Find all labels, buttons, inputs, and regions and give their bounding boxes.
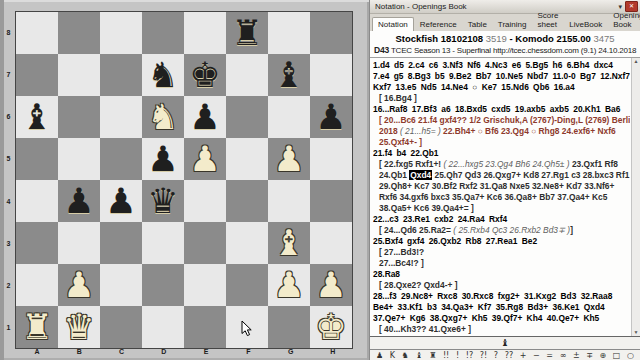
annotation-symbol[interactable]: −	[533, 351, 540, 360]
square-e1[interactable]	[184, 306, 226, 348]
notation-line: [ 22.fxg5 Rxf1+! ( 22...hxg5 23.Qg4 Bh6 …	[373, 159, 630, 170]
black-king: ♚	[189, 54, 220, 96]
chess-board[interactable]: ♜♞♚♝♝♞♟♟♟♟♟♟♟♛♝♟♟♟♜♛♚	[15, 11, 353, 349]
move-text[interactable]: 29.Qh8+ Kc7 30.Bf2 Rxf2 31.Qa8 Nxe5 32.N…	[379, 181, 614, 191]
annotation-symbol[interactable]: ○	[627, 351, 634, 360]
event-text: TCEC Season 13 - Superfinal http://tcec.…	[391, 46, 636, 55]
square-d6[interactable]: ♞	[142, 96, 184, 138]
move-text[interactable]: Rxf6 34.gxf6 bxc3 35.Qa7+ Kc6 36.Qa8+ Bb…	[379, 192, 607, 202]
square-a5[interactable]	[16, 138, 58, 180]
file-label-g: G	[270, 348, 312, 358]
notation-line: 1.d4 d5 2.c4 c6 3.Nf3 Nf6 4.Nc3 e6 5.Bg5…	[373, 60, 630, 71]
square-d4[interactable]: ♛	[142, 180, 184, 222]
notation-line: [ 16.Bg4 ]	[373, 93, 630, 104]
notation-line: 28.Ra8	[373, 269, 630, 280]
white-bishop: ♝	[273, 222, 304, 264]
white-elo: 3519	[486, 33, 507, 44]
square-d2[interactable]	[142, 264, 184, 306]
white-pawn: ♟	[315, 264, 346, 306]
move-text[interactable]: [ 40...Kh3?? 41.Qxe6+ ]	[379, 324, 471, 334]
notation-line: [ 28.Qxe2? Qxd4-+ ]	[373, 280, 630, 291]
palette-handle-bishop-icon[interactable]: ♝	[370, 337, 640, 350]
square-h1[interactable]: ♚	[310, 306, 352, 348]
game-event: D43 TCEC Season 13 - Superfinal http://t…	[370, 44, 640, 58]
black-queen: ♛	[147, 180, 178, 222]
move-text[interactable]: 7.e4 g5 8.Bg3 b5 9.Be2 Bb7 10.Ne5 Nbd7 1…	[373, 71, 630, 81]
black-elo: 3475	[593, 33, 614, 44]
white-pawn: ♟	[273, 138, 304, 180]
white-player: Stockfish 18102108	[395, 33, 483, 44]
square-g6[interactable]	[268, 96, 310, 138]
square-c8[interactable]	[100, 12, 142, 54]
move-text[interactable]: 25.Qh7 Qd3 26.Qxg7+ Kd8 27.Rg1 c3 28.bxc…	[432, 170, 629, 180]
notation-content: Stockfish 18102108 3519 - Komodo 2155.00…	[370, 31, 640, 337]
square-g4[interactable]	[268, 180, 310, 222]
square-c2[interactable]	[100, 264, 142, 306]
black-bishop: ♝	[21, 96, 52, 138]
rank-labels: 87654321	[3, 11, 14, 349]
move-text[interactable]: 23.Qxf1 Rf8	[570, 159, 618, 169]
square-e8[interactable]	[184, 12, 226, 54]
rank-label-1: 1	[3, 307, 14, 349]
move-text[interactable]: 16...Raf8 17.Bf3 a6 18.Bxd5 cxd5 19.axb5…	[373, 104, 620, 114]
notation-line: Be4+ 33.Kf1 b3 34.Qa3+ Kf7 35.Rg8 Bd3+ 3…	[373, 302, 630, 313]
square-a7[interactable]	[16, 54, 58, 96]
square-b6[interactable]	[58, 96, 100, 138]
notation-line: [ 40...Kh3?? 41.Qxe6+ ]	[373, 324, 630, 335]
annotation-symbol[interactable]: ∞	[560, 351, 567, 360]
move-text[interactable]: 28...f3 29.Nc8+ Rxc8 30.Rxc8 fxg2+ 31.Kx…	[373, 291, 612, 301]
square-b7[interactable]	[58, 54, 100, 96]
square-e7[interactable]: ♚	[184, 54, 226, 96]
white-pawn: ♟	[63, 264, 94, 306]
square-f7[interactable]	[226, 54, 268, 96]
annotation-symbol[interactable]: +	[520, 351, 527, 360]
square-c6[interactable]	[100, 96, 142, 138]
square-f3[interactable]	[226, 222, 268, 264]
square-b8[interactable]	[58, 12, 100, 54]
square-g5[interactable]: ♟	[268, 138, 310, 180]
rank-label-8: 8	[3, 11, 14, 53]
notation-line: [ 24...Qd6 25.Ra2= ( 25.Rxb4 Qc3 26.Rxb2…	[373, 225, 630, 236]
black-player: Komodo 2155.00	[515, 33, 591, 44]
square-f8[interactable]: ♜	[226, 12, 268, 54]
white-knight: ♞	[147, 96, 178, 138]
annotation-symbol[interactable]: ♝	[415, 351, 422, 360]
move-text[interactable]: 22...c3 23.Re1 cxb2 24.Ra4 Rxf4	[373, 214, 507, 224]
file-label-e: E	[185, 348, 227, 358]
move-text[interactable]: 25.Bxf4 gxf4 26.Qxb2 Rb8 27.Rea1 Be2	[373, 236, 537, 246]
square-g3[interactable]: ♝	[268, 222, 310, 264]
current-move[interactable]: Qxd4	[409, 170, 432, 180]
white-pawn: ♟	[273, 264, 304, 306]
notation-line: Rxf6 34.gxf6 bxc3 35.Qa7+ Kc6 36.Qa8+ Bb…	[373, 192, 630, 203]
square-b5[interactable]	[58, 138, 100, 180]
notation-line: 16...Raf8 17.Bf3 a6 18.Bxd5 cxd5 19.axb5…	[373, 104, 630, 115]
file-label-h: H	[312, 348, 354, 358]
square-e5[interactable]: ♟	[184, 138, 226, 180]
notation-line: 24.Qb1 Qxd4 25.Qh7 Qd3 26.Qxg7+ Kd8 27.R…	[373, 170, 630, 181]
move-text[interactable]: ( 25.Rxb4 Qc3 26.Rxb2 Bd3∓ )	[453, 225, 570, 235]
rank-label-3: 3	[3, 222, 14, 264]
annotation-symbol[interactable]: ?	[494, 351, 498, 360]
move-text[interactable]: 22.Bh4+ ○ Bf6 23.Qg4 ○ Rhg8 24.exf6+ Nxf…	[441, 126, 616, 136]
panel-titlebar: Notation - Openings Book ▾ ✕	[370, 0, 640, 14]
black-pawn: ♟	[315, 96, 346, 138]
move-text[interactable]: [ 16.Bg4 ]	[379, 93, 417, 103]
notation-panel: Notation - Openings Book ▾ ✕ NotationRef…	[369, 0, 640, 360]
square-e6[interactable]: ♟	[184, 96, 226, 138]
move-text[interactable]: 27...Bc4!? ]	[379, 258, 424, 268]
square-c3[interactable]	[100, 222, 142, 264]
move-text[interactable]: 21.f4 b4 22.Qb1	[373, 148, 438, 158]
file-labels: ABCDEFGH	[16, 348, 354, 358]
square-f5[interactable]	[226, 138, 268, 180]
square-b2[interactable]: ♟	[58, 264, 100, 306]
square-g2[interactable]: ♟	[268, 264, 310, 306]
notation-line: [ 20...Bc6 21.f4 gxf4?? 1/2 Grischuk,A (…	[373, 115, 630, 126]
annotation-symbol[interactable]: ?!	[480, 351, 487, 360]
square-g8[interactable]	[268, 12, 310, 54]
tab-reference[interactable]: Reference	[415, 18, 462, 31]
move-text[interactable]: Be4+ 33.Kf1 b3 34.Qa3+ Kf7 35.Rg8 Bd3+ 3…	[373, 302, 605, 312]
notation-line: 25.Bxf4 gxf4 26.Qxb2 Rb8 27.Rea1 Be2	[373, 236, 630, 247]
black-pawn: ♟	[63, 180, 94, 222]
tab-livebook[interactable]: LiveBook	[564, 18, 607, 31]
square-a2[interactable]	[16, 264, 58, 306]
tab-training[interactable]: Training	[493, 18, 532, 31]
scroll-down-icon[interactable]: ▼	[632, 329, 640, 336]
move-text[interactable]: 28.Ra8	[373, 269, 400, 279]
notation-line: 22...c3 23.Re1 cxb2 24.Ra4 Rxf4	[373, 214, 630, 225]
move-text[interactable]: ( 22...hxg5 23.Qg4 Bh6 24.Qh5± )	[443, 159, 569, 169]
square-f2[interactable]	[226, 264, 268, 306]
file-label-d: D	[143, 348, 185, 358]
notation-line: [ 27...Bd3!?	[373, 247, 630, 258]
square-e2[interactable]	[184, 264, 226, 306]
black-pawn: ♟	[147, 138, 178, 180]
notation-line: 7.e4 g5 8.Bg3 b5 9.Be2 Bb7 10.Ne5 Nbd7 1…	[373, 71, 630, 82]
rank-label-2: 2	[3, 265, 14, 307]
move-text[interactable]: 2018	[379, 126, 400, 136]
square-f4[interactable]	[226, 180, 268, 222]
rank-label-4: 4	[3, 180, 14, 222]
square-b4[interactable]: ♟	[58, 180, 100, 222]
square-h4[interactable]	[310, 180, 352, 222]
black-bishop: ♝	[273, 54, 304, 96]
square-c5[interactable]	[100, 138, 142, 180]
annotation-symbol[interactable]: ∓	[586, 351, 593, 360]
square-c1[interactable]	[100, 306, 142, 348]
tab-openings-book[interactable]: Openings Book	[608, 9, 640, 31]
file-label-a: A	[16, 348, 58, 358]
annotation-symbol[interactable]: ±	[573, 351, 580, 360]
rank-label-6: 6	[3, 96, 14, 138]
square-h6[interactable]: ♟	[310, 96, 352, 138]
square-g1[interactable]	[268, 306, 310, 348]
move-text[interactable]: ( 21...h5= )	[400, 126, 441, 136]
square-d1[interactable]	[142, 306, 184, 348]
black-pawn: ♟	[105, 180, 136, 222]
square-h3[interactable]	[310, 222, 352, 264]
square-h5[interactable]	[310, 138, 352, 180]
notation-line: 37.Qe7+ Kg6 38.Qxg7+ Kh5 39.Qf7+ Kh4 40.…	[373, 313, 630, 324]
white-pawn: ♟	[189, 138, 220, 180]
move-text[interactable]: [ 28.Qxe2? Qxd4-+ ]	[379, 280, 457, 290]
tab-score-sheet[interactable]: Score sheet	[532, 9, 563, 31]
notation-line: 29.Qh8+ Kc7 30.Bf2 Rxf2 31.Qa8 Nxe5 32.N…	[373, 181, 630, 192]
rank-label-7: 7	[3, 53, 14, 95]
eco-code: D43	[374, 45, 389, 55]
white-king: ♚	[315, 306, 346, 348]
vs-separator: -	[510, 33, 513, 44]
annotation-symbols-row: ♟K♞♝♜!!!!??!???+−=∞±∓⊕□○	[370, 350, 640, 360]
tab-bar: NotationReferenceTableTrainingScore shee…	[370, 14, 640, 32]
file-label-b: B	[58, 348, 100, 358]
annotation-symbol[interactable]: ♜	[429, 351, 436, 360]
square-a1[interactable]: ♜	[16, 306, 58, 348]
file-label-c: C	[101, 348, 143, 358]
tab-notation[interactable]: Notation	[372, 17, 414, 32]
square-d3[interactable]	[142, 222, 184, 264]
square-h7[interactable]	[310, 54, 352, 96]
square-e3[interactable]	[184, 222, 226, 264]
square-f6[interactable]	[226, 96, 268, 138]
black-knight: ♞	[147, 54, 178, 96]
annotation-symbol[interactable]: ♞	[402, 351, 409, 360]
annotation-symbol[interactable]: ⊕	[600, 351, 607, 360]
notation-line: 38.Qa5+ Kc6 39.Qa4+= ]	[373, 203, 630, 214]
move-text[interactable]: 24.Qb1	[379, 170, 409, 180]
rank-label-5: 5	[3, 138, 14, 180]
square-h2[interactable]: ♟	[310, 264, 352, 306]
notation-line: 25.Qxf4+- ]	[373, 137, 630, 148]
square-b1[interactable]: ♛	[58, 306, 100, 348]
square-a8[interactable]	[16, 12, 58, 54]
square-a6[interactable]: ♝	[16, 96, 58, 138]
square-d8[interactable]	[142, 12, 184, 54]
annotation-symbol[interactable]: K	[390, 351, 395, 360]
game-players: Stockfish 18102108 3519 - Komodo 2155.00…	[370, 31, 640, 44]
board-window: 87654321 ♜♞♚♝♝♞♟♟♟♟♟♟♟♛♝♟♟♟♜♛♚ ABCDEFGH	[0, 0, 369, 360]
move-text[interactable]: 38.Qa5+ Kc6 39.Qa4+= ]	[379, 203, 474, 213]
move-text[interactable]: 1.d4 d5 2.c4 c6 3.Nf3 Nf6 4.Nc3 e6 5.Bg5…	[373, 60, 613, 70]
white-queen: ♛	[63, 306, 94, 348]
black-rook: ♜	[231, 12, 262, 54]
move-text[interactable]: [ 27...Bd3!?	[379, 247, 424, 257]
move-text[interactable]: ]	[570, 225, 573, 235]
notation-line: Kxf7 13.e5 Nd5 14.Ne4 ○ Ke7 15.Nd6 Qb6 1…	[373, 82, 630, 93]
square-h8[interactable]	[310, 12, 352, 54]
annotation-symbol[interactable]: !	[456, 351, 459, 360]
square-c4[interactable]: ♟	[100, 180, 142, 222]
panel-title: Notation - Openings Book	[375, 2, 615, 11]
notation-line: 28...f3 29.Nc8+ Rxc8 30.Rxc8 fxg2+ 31.Kx…	[373, 291, 630, 302]
move-text[interactable]: 37.Qe7+ Kg6 38.Qxg7+ Kh5 39.Qf7+ Kh4 40.…	[373, 313, 599, 323]
square-b3[interactable]	[58, 222, 100, 264]
annotation-symbol[interactable]: □	[613, 351, 621, 360]
square-a3[interactable]	[16, 222, 58, 264]
annotation-symbol[interactable]: =	[546, 351, 553, 360]
square-e4[interactable]	[184, 180, 226, 222]
square-d5[interactable]: ♟	[142, 138, 184, 180]
annotation-symbol[interactable]: ♟	[376, 351, 383, 360]
notation-line: 21.f4 b4 22.Qb1	[373, 148, 630, 159]
annotation-palette: ♝ ♟K♞♝♜!!!!??!???+−=∞±∓⊕□○	[370, 336, 640, 360]
move-text[interactable]: 25.Qxf4+- ]	[379, 137, 422, 147]
tab-table[interactable]: Table	[463, 18, 492, 31]
move-text[interactable]: [ 24...Qd6 25.Ra2=	[379, 225, 453, 235]
annotation-symbol[interactable]: !?	[466, 351, 473, 360]
square-c7[interactable]	[100, 54, 142, 96]
move-list: 1.d4 d5 2.c4 c6 3.Nf3 Nf6 4.Nc3 e6 5.Bg5…	[370, 58, 640, 335]
white-rook: ♜	[21, 306, 52, 348]
notation-line: 2018 ( 21...h5= ) 22.Bh4+ ○ Bf6 23.Qg4 ○…	[373, 126, 630, 137]
square-d7[interactable]: ♞	[142, 54, 184, 96]
move-text[interactable]: [ 20...Bc6 21.f4 gxf4?? 1/2 Grischuk,A (…	[379, 115, 630, 125]
move-text[interactable]: Kxf7 13.e5 Nd5 14.Ne4 ○ Ke7 15.Nd6 Qb6 1…	[373, 82, 575, 92]
square-a4[interactable]	[16, 180, 58, 222]
square-g7[interactable]: ♝	[268, 54, 310, 96]
annotation-symbol[interactable]: !!	[443, 351, 449, 360]
black-pawn: ♟	[189, 96, 220, 138]
scrollbar[interactable]: ▲ ▼	[631, 58, 640, 336]
file-label-f: F	[227, 348, 269, 358]
mouse-cursor	[241, 320, 252, 341]
scroll-up-icon[interactable]: ▲	[632, 58, 640, 65]
move-text[interactable]: [ 22.fxg5 Rxf1+!	[379, 159, 443, 169]
annotation-symbol[interactable]: ??	[505, 351, 514, 360]
notation-line: 27...Bc4!? ]	[373, 258, 630, 269]
